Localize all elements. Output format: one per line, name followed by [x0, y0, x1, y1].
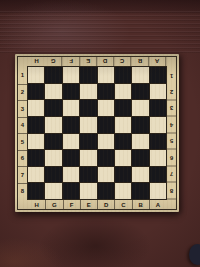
file-top-label-g: G: [45, 57, 62, 66]
photo-scene: HGFEDCBA HGFEDCBA 12345678 12345678: [0, 0, 200, 267]
file-top-label-c: C: [114, 57, 131, 66]
rank-left-label-4: 4: [18, 117, 27, 134]
square-a5[interactable]: [150, 134, 166, 150]
square-d1[interactable]: [98, 67, 114, 83]
rank-right-label-7: 7: [167, 166, 176, 183]
rank-left-label-8: 8: [18, 183, 27, 200]
square-d6[interactable]: [98, 150, 114, 166]
square-e3[interactable]: [80, 100, 96, 116]
square-a7[interactable]: [150, 167, 166, 183]
square-c7[interactable]: [115, 167, 131, 183]
chessboard: HGFEDCBA HGFEDCBA 12345678 12345678: [15, 54, 179, 212]
square-h7[interactable]: [28, 167, 44, 183]
rank-left-label-1: 1: [18, 67, 27, 84]
square-c1[interactable]: [115, 67, 131, 83]
square-b1[interactable]: [132, 67, 148, 83]
file-bottom-label-c: C: [114, 200, 131, 209]
square-g8[interactable]: [45, 183, 61, 199]
square-d4[interactable]: [98, 117, 114, 133]
square-b6[interactable]: [132, 150, 148, 166]
rank-left-label-7: 7: [18, 166, 27, 183]
square-h3[interactable]: [28, 100, 44, 116]
square-h4[interactable]: [28, 117, 44, 133]
square-g4[interactable]: [45, 117, 61, 133]
square-c3[interactable]: [115, 100, 131, 116]
square-c5[interactable]: [115, 134, 131, 150]
square-g6[interactable]: [45, 150, 61, 166]
square-e8[interactable]: [80, 183, 96, 199]
rank-labels-left: 12345678: [18, 67, 27, 199]
board-squares: [28, 67, 166, 199]
file-bottom-label-b: B: [132, 200, 149, 209]
file-top-label-a: A: [149, 57, 166, 66]
square-e5[interactable]: [80, 134, 96, 150]
file-bottom-label-a: A: [149, 200, 166, 209]
file-top-label-e: E: [80, 57, 97, 66]
square-c2[interactable]: [115, 84, 131, 100]
file-bottom-label-f: F: [63, 200, 80, 209]
square-f7[interactable]: [63, 167, 79, 183]
square-b2[interactable]: [132, 84, 148, 100]
square-b5[interactable]: [132, 134, 148, 150]
file-bottom-label-g: G: [45, 200, 62, 209]
square-h6[interactable]: [28, 150, 44, 166]
rank-right-label-1: 1: [167, 67, 176, 84]
square-d7[interactable]: [98, 167, 114, 183]
rank-left-label-6: 6: [18, 150, 27, 167]
rank-labels-right: 12345678: [167, 67, 176, 199]
square-f5[interactable]: [63, 134, 79, 150]
rank-left-label-3: 3: [18, 100, 27, 117]
square-b3[interactable]: [132, 100, 148, 116]
file-labels-top: HGFEDCBA: [28, 57, 166, 66]
square-h5[interactable]: [28, 134, 44, 150]
square-e6[interactable]: [80, 150, 96, 166]
table-wood-grain: [0, 11, 200, 55]
square-g5[interactable]: [45, 134, 61, 150]
square-d8[interactable]: [98, 183, 114, 199]
square-f2[interactable]: [63, 84, 79, 100]
square-b8[interactable]: [132, 183, 148, 199]
square-d5[interactable]: [98, 134, 114, 150]
square-c4[interactable]: [115, 117, 131, 133]
square-h2[interactable]: [28, 84, 44, 100]
square-a3[interactable]: [150, 100, 166, 116]
file-top-label-f: F: [63, 57, 80, 66]
square-e7[interactable]: [80, 167, 96, 183]
square-d2[interactable]: [98, 84, 114, 100]
square-f4[interactable]: [63, 117, 79, 133]
square-a1[interactable]: [150, 67, 166, 83]
square-h1[interactable]: [28, 67, 44, 83]
dark-object-bottom-right: [189, 244, 200, 265]
rank-right-label-4: 4: [167, 117, 176, 134]
square-a6[interactable]: [150, 150, 166, 166]
square-g3[interactable]: [45, 100, 61, 116]
square-f8[interactable]: [63, 183, 79, 199]
square-f6[interactable]: [63, 150, 79, 166]
file-top-label-d: D: [97, 57, 114, 66]
square-e1[interactable]: [80, 67, 96, 83]
square-b7[interactable]: [132, 167, 148, 183]
file-top-label-h: H: [28, 57, 45, 66]
square-c8[interactable]: [115, 183, 131, 199]
rank-left-label-2: 2: [18, 84, 27, 101]
square-a2[interactable]: [150, 84, 166, 100]
rank-right-label-5: 5: [167, 133, 176, 150]
square-c6[interactable]: [115, 150, 131, 166]
rank-right-label-8: 8: [167, 183, 176, 200]
square-e4[interactable]: [80, 117, 96, 133]
rank-left-label-5: 5: [18, 133, 27, 150]
file-top-label-b: B: [132, 57, 149, 66]
rank-right-label-6: 6: [167, 150, 176, 167]
file-labels-bottom: HGFEDCBA: [28, 200, 166, 209]
square-g2[interactable]: [45, 84, 61, 100]
square-e2[interactable]: [80, 84, 96, 100]
rank-right-label-2: 2: [167, 84, 176, 101]
square-g7[interactable]: [45, 167, 61, 183]
square-g1[interactable]: [45, 67, 61, 83]
file-bottom-label-h: H: [28, 200, 45, 209]
square-a4[interactable]: [150, 117, 166, 133]
square-d3[interactable]: [98, 100, 114, 116]
square-f3[interactable]: [63, 100, 79, 116]
square-b4[interactable]: [132, 117, 148, 133]
file-bottom-label-e: E: [80, 200, 97, 209]
square-a8[interactable]: [150, 183, 166, 199]
file-bottom-label-d: D: [97, 200, 114, 209]
rank-right-label-3: 3: [167, 100, 176, 117]
square-f1[interactable]: [63, 67, 79, 83]
square-h8[interactable]: [28, 183, 44, 199]
